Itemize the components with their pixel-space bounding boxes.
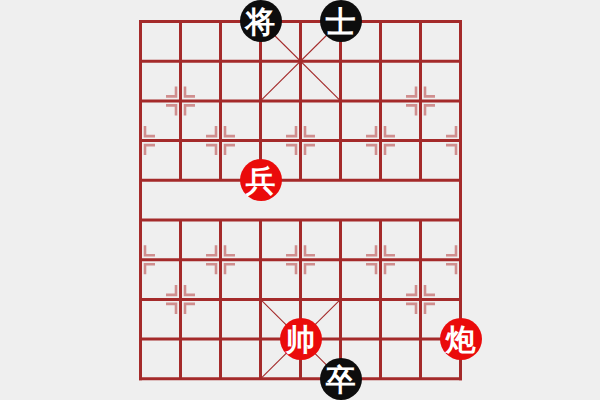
piece-glyph: 兵 <box>246 166 276 196</box>
intersection-8-2[interactable] <box>441 81 481 121</box>
intersection-4-1[interactable] <box>281 41 321 81</box>
intersection-0-3[interactable] <box>121 121 161 161</box>
xiangqi-board: 将士兵帅炮卒 <box>121 2 481 399</box>
intersection-2-3[interactable] <box>201 121 241 161</box>
intersection-0-6[interactable] <box>121 240 161 280</box>
intersection-0-0[interactable] <box>121 2 161 42</box>
intersection-8-5[interactable] <box>441 200 481 240</box>
intersection-8-3[interactable] <box>441 121 481 161</box>
intersection-8-1[interactable] <box>441 41 481 81</box>
intersection-1-8[interactable] <box>161 319 201 359</box>
intersection-7-0[interactable] <box>401 2 441 42</box>
intersection-1-6[interactable] <box>161 240 201 280</box>
intersection-3-5[interactable] <box>241 200 281 240</box>
intersection-3-4[interactable]: 兵 <box>241 160 281 200</box>
intersection-7-6[interactable] <box>401 240 441 280</box>
piece-red-general[interactable]: 帅 <box>280 318 322 360</box>
intersection-2-5[interactable] <box>201 200 241 240</box>
piece-glyph: 将 <box>246 7 276 37</box>
intersection-1-5[interactable] <box>161 200 201 240</box>
intersection-1-2[interactable] <box>161 81 201 121</box>
intersection-7-4[interactable] <box>401 160 441 200</box>
intersection-3-9[interactable] <box>241 359 281 399</box>
intersection-1-7[interactable] <box>161 279 201 319</box>
intersection-2-8[interactable] <box>201 319 241 359</box>
intersection-8-4[interactable] <box>441 160 481 200</box>
intersection-6-4[interactable] <box>361 160 401 200</box>
intersection-0-4[interactable] <box>121 160 161 200</box>
intersection-8-6[interactable] <box>441 240 481 280</box>
intersection-2-4[interactable] <box>201 160 241 200</box>
intersection-1-9[interactable] <box>161 359 201 399</box>
intersection-1-4[interactable] <box>161 160 201 200</box>
intersection-5-7[interactable] <box>321 279 361 319</box>
intersection-4-6[interactable] <box>281 240 321 280</box>
intersection-0-5[interactable] <box>121 200 161 240</box>
piece-glyph: 卒 <box>326 365 356 395</box>
piece-glyph: 炮 <box>446 325 476 355</box>
intersection-5-8[interactable] <box>321 319 361 359</box>
intersection-2-6[interactable] <box>201 240 241 280</box>
intersection-7-8[interactable] <box>401 319 441 359</box>
xiangqi-app: 将士兵帅炮卒 <box>0 0 600 400</box>
intersection-4-8[interactable]: 帅 <box>281 319 321 359</box>
intersection-6-7[interactable] <box>361 279 401 319</box>
intersection-5-4[interactable] <box>321 160 361 200</box>
intersection-2-1[interactable] <box>201 41 241 81</box>
intersection-5-2[interactable] <box>321 81 361 121</box>
intersection-6-2[interactable] <box>361 81 401 121</box>
intersection-3-7[interactable] <box>241 279 281 319</box>
intersection-0-2[interactable] <box>121 81 161 121</box>
intersection-0-1[interactable] <box>121 41 161 81</box>
intersection-4-4[interactable] <box>281 160 321 200</box>
intersection-0-7[interactable] <box>121 279 161 319</box>
intersection-5-1[interactable] <box>321 41 361 81</box>
intersection-4-5[interactable] <box>281 200 321 240</box>
intersection-5-5[interactable] <box>321 200 361 240</box>
intersection-6-9[interactable] <box>361 359 401 399</box>
intersection-8-9[interactable] <box>441 359 481 399</box>
intersection-1-1[interactable] <box>161 41 201 81</box>
intersection-4-9[interactable] <box>281 359 321 399</box>
intersection-6-5[interactable] <box>361 200 401 240</box>
intersection-2-9[interactable] <box>201 359 241 399</box>
intersection-6-8[interactable] <box>361 319 401 359</box>
intersection-4-2[interactable] <box>281 81 321 121</box>
intersection-3-1[interactable] <box>241 41 281 81</box>
intersection-7-7[interactable] <box>401 279 441 319</box>
intersection-7-2[interactable] <box>401 81 441 121</box>
intersection-6-0[interactable] <box>361 2 401 42</box>
intersection-8-0[interactable] <box>441 2 481 42</box>
piece-black-general[interactable]: 将 <box>240 0 282 42</box>
piece-red-cannon[interactable]: 炮 <box>440 318 482 360</box>
intersection-4-7[interactable] <box>281 279 321 319</box>
piece-black-soldier[interactable]: 卒 <box>320 358 362 400</box>
piece-red-soldier[interactable]: 兵 <box>240 159 282 201</box>
intersection-2-0[interactable] <box>201 2 241 42</box>
intersection-3-8[interactable] <box>241 319 281 359</box>
intersection-5-6[interactable] <box>321 240 361 280</box>
intersection-3-0[interactable]: 将 <box>241 2 281 42</box>
intersection-8-7[interactable] <box>441 279 481 319</box>
intersection-0-9[interactable] <box>121 359 161 399</box>
intersection-4-0[interactable] <box>281 2 321 42</box>
piece-glyph: 士 <box>326 7 356 37</box>
intersection-2-2[interactable] <box>201 81 241 121</box>
intersection-8-8[interactable]: 炮 <box>441 319 481 359</box>
intersection-1-3[interactable] <box>161 121 201 161</box>
intersection-7-5[interactable] <box>401 200 441 240</box>
intersection-1-0[interactable] <box>161 2 201 42</box>
piece-glyph: 帅 <box>286 325 316 355</box>
intersection-7-9[interactable] <box>401 359 441 399</box>
intersection-6-1[interactable] <box>361 41 401 81</box>
intersection-7-3[interactable] <box>401 121 441 161</box>
intersection-5-0[interactable]: 士 <box>321 2 361 42</box>
intersection-3-6[interactable] <box>241 240 281 280</box>
intersection-6-6[interactable] <box>361 240 401 280</box>
intersection-7-1[interactable] <box>401 41 441 81</box>
intersection-0-8[interactable] <box>121 319 161 359</box>
piece-black-advisor[interactable]: 士 <box>320 0 362 42</box>
intersection-5-3[interactable] <box>321 121 361 161</box>
intersection-5-9[interactable]: 卒 <box>321 359 361 399</box>
intersection-3-3[interactable] <box>241 121 281 161</box>
intersection-4-3[interactable] <box>281 121 321 161</box>
intersection-6-3[interactable] <box>361 121 401 161</box>
intersection-2-7[interactable] <box>201 279 241 319</box>
intersection-3-2[interactable] <box>241 81 281 121</box>
